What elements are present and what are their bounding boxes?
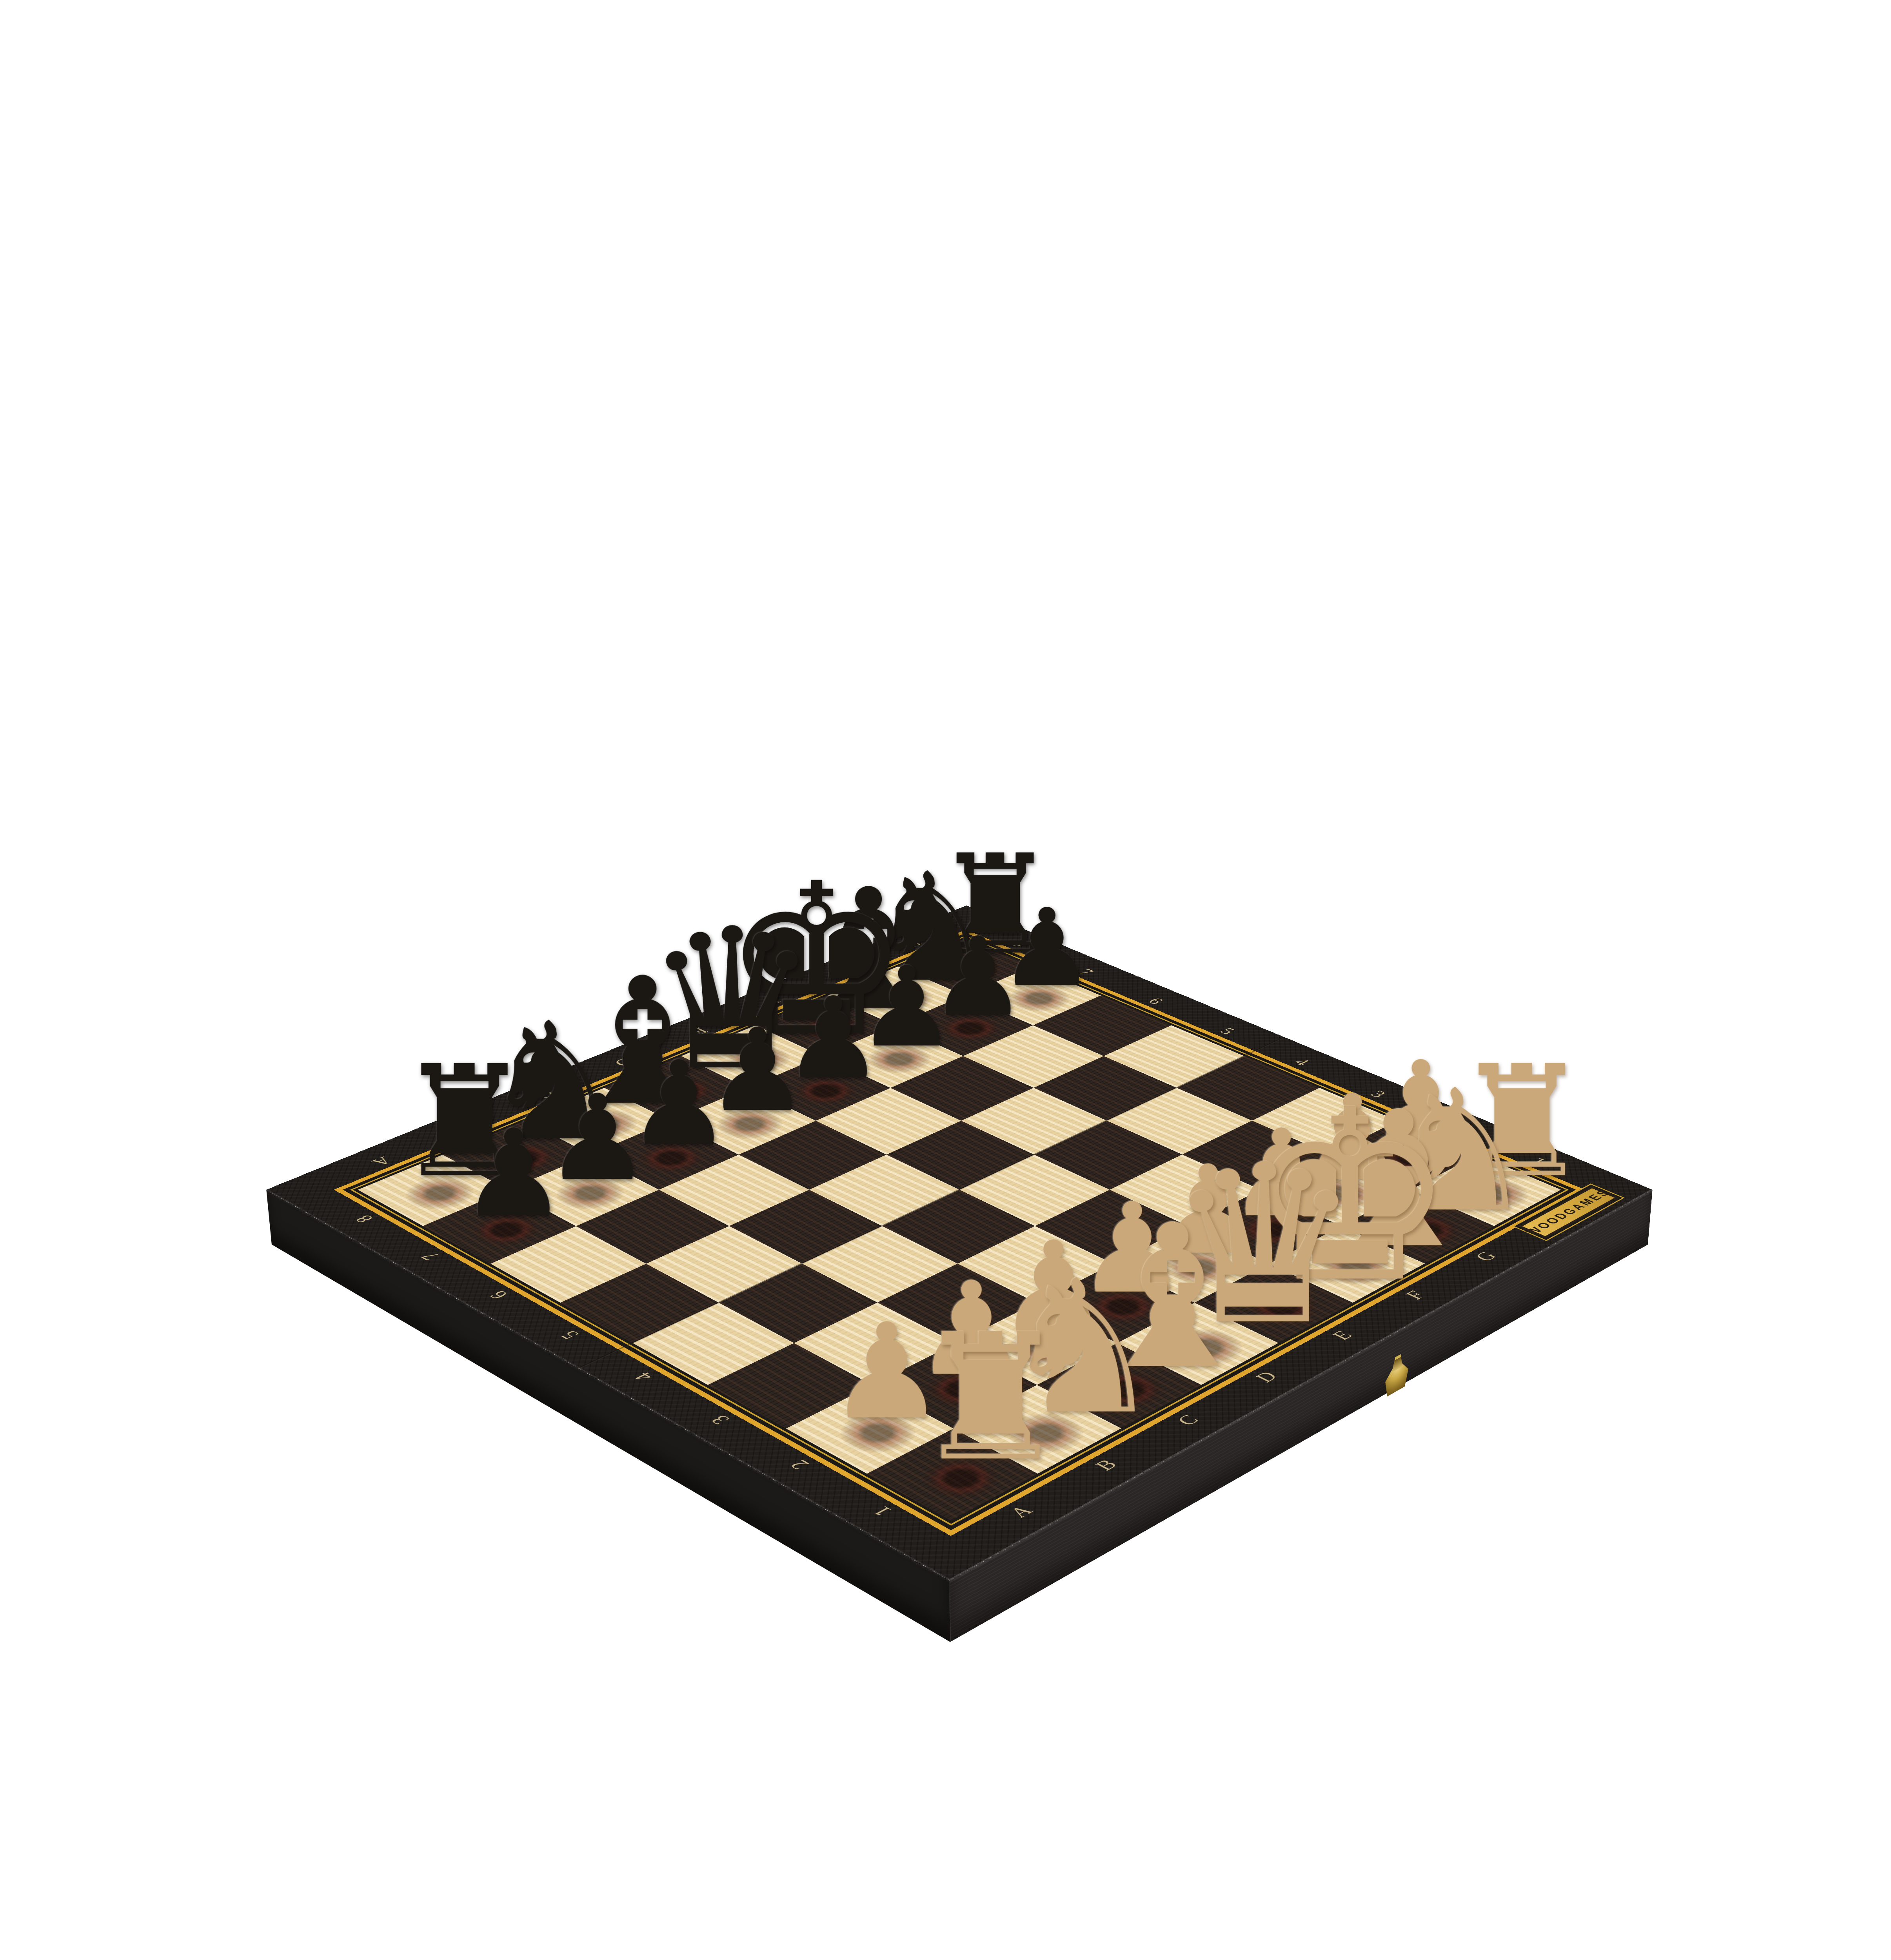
file-label-far-A: A	[368, 1155, 394, 1168]
rank-label-left-5: 5	[556, 1328, 583, 1341]
file-label-near-B: B	[1091, 1457, 1121, 1473]
rank-label-left-6: 6	[485, 1289, 511, 1301]
rank-label-right-5: 5	[1217, 1026, 1239, 1036]
playing-area: ♜♞♝♛♚♝♞♜♟♟♟♟♟♟♟♟♟♟♟♟♟♟♟♟♜♞♝♛♚♝♞♜	[358, 938, 1561, 1521]
rank-label-right-6: 6	[1145, 996, 1167, 1006]
brass-latch-icon	[1384, 1349, 1410, 1398]
rank-label-left-7: 7	[417, 1250, 443, 1262]
file-label-near-C: C	[1173, 1412, 1203, 1427]
scene: ♜♞♝♛♚♝♞♜♟♟♟♟♟♟♟♟♟♟♟♟♟♟♟♟♜♞♝♛♚♝♞♜ AABBCCD…	[0, 0, 1891, 1960]
piece-anchor-a2: ♟	[834, 1411, 920, 1455]
board-top-surface: ♜♞♝♛♚♝♞♜♟♟♟♟♟♟♟♟♟♟♟♟♟♟♟♟♜♞♝♛♚♝♞♜ AABBCCD…	[266, 906, 1653, 1581]
rank-label-left-8: 8	[351, 1213, 376, 1225]
chess-board: ♜♞♝♛♚♝♞♜♟♟♟♟♟♟♟♟♟♟♟♟♟♟♟♟♜♞♝♛♚♝♞♜ AABBCCD…	[266, 906, 1653, 1581]
piece-anchor-a7: ♟	[463, 1211, 549, 1249]
rank-label-left-2: 2	[785, 1457, 813, 1472]
rank-label-left-4: 4	[630, 1370, 656, 1383]
piece-black-pawn-a7: ♟	[460, 1114, 568, 1234]
product-photo: ♜♞♝♛♚♝♞♜♟♟♟♟♟♟♟♟♟♟♟♟♟♟♟♟♜♞♝♛♚♝♞♜ AABBCCD…	[0, 0, 1891, 1960]
piece-anchor-a1: ♜	[917, 1455, 1004, 1502]
piece-white-rook-a1: ♜	[912, 1310, 1034, 1485]
file-label-near-A: A	[1005, 1503, 1037, 1520]
rank-label-left-3: 3	[706, 1413, 733, 1427]
rank-label-left-1: 1	[868, 1504, 896, 1519]
